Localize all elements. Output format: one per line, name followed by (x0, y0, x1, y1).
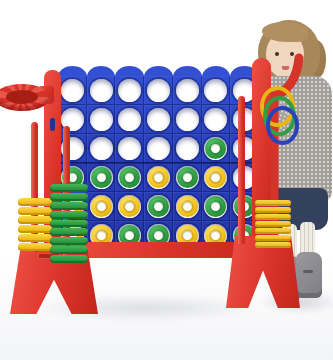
board-cell-r4c5 (173, 163, 202, 192)
green-disc (119, 167, 140, 188)
ring-stack-right-yellow (255, 198, 291, 248)
board-cell-r5c5 (173, 192, 202, 221)
yellow-toss-ring (255, 235, 291, 241)
disc-hole (204, 195, 227, 218)
disc-center-hole (211, 144, 220, 153)
green-disc (177, 167, 198, 188)
board-cell-r2c2 (87, 105, 116, 134)
yellow-disc (119, 196, 140, 217)
disc-hole (90, 195, 113, 218)
empty-hole (147, 108, 170, 131)
ring-toss-pole-right-front (238, 96, 245, 244)
empty-hole (176, 137, 199, 160)
board-cell-r5c4 (144, 192, 173, 221)
ring-stack-left-yellow (18, 197, 52, 251)
empty-hole (118, 79, 141, 102)
basketball-hoop-opening (6, 90, 38, 104)
board-cell-r4c6 (202, 163, 231, 192)
board-cell-r3c4 (144, 134, 173, 163)
empty-hole (118, 108, 141, 131)
green-toss-ring (50, 220, 88, 228)
green-toss-ring (50, 237, 88, 245)
green-disc (148, 196, 169, 217)
yellow-toss-ring (255, 200, 291, 206)
board-cell-r5c3 (115, 192, 144, 221)
empty-hole (118, 137, 141, 160)
board-cell-r2c3 (115, 105, 144, 134)
green-toss-ring (50, 255, 88, 263)
board-cell-r3c3 (115, 134, 144, 163)
board-cell-r1c5 (173, 76, 202, 105)
green-disc (205, 196, 226, 217)
board-cell-r1c4 (144, 76, 173, 105)
disc-center-hole (154, 231, 163, 240)
board-cell-r3c5 (173, 134, 202, 163)
empty-hole (147, 79, 170, 102)
yellow-toss-ring (18, 225, 52, 233)
ring-stack-left-green (50, 183, 88, 263)
disc-hole (118, 195, 141, 218)
disc-center-hole (125, 173, 134, 182)
disc-center-hole (211, 202, 220, 211)
empty-hole (204, 79, 227, 102)
board-cell-r3c6 (202, 134, 231, 163)
empty-hole (61, 79, 84, 102)
disc-hole (176, 195, 199, 218)
disc-hole (204, 166, 227, 189)
disc-center-hole (97, 173, 106, 182)
disc-center-hole (183, 202, 192, 211)
disc-center-hole (211, 231, 220, 240)
yellow-toss-ring (255, 228, 291, 234)
empty-hole (90, 108, 113, 131)
yellow-toss-ring (255, 214, 291, 220)
green-toss-ring (50, 202, 88, 210)
frame-left-slot (50, 118, 55, 131)
product-photo-scene (0, 0, 333, 360)
yellow-toss-ring (18, 234, 52, 242)
empty-hole (204, 108, 227, 131)
board-cell-r3c2 (87, 134, 116, 163)
disc-center-hole (183, 173, 192, 182)
board-cell-r1c6 (202, 76, 231, 105)
board-cell-r1c3 (115, 76, 144, 105)
board-cell-r4c4 (144, 163, 173, 192)
empty-hole (90, 137, 113, 160)
green-disc (91, 167, 112, 188)
disc-center-hole (97, 231, 106, 240)
yellow-disc (177, 196, 198, 217)
board-cell-r2c5 (173, 105, 202, 134)
disc-center-hole (183, 231, 192, 240)
disc-hole (176, 166, 199, 189)
empty-hole (90, 79, 113, 102)
yellow-disc (205, 167, 226, 188)
empty-hole (176, 79, 199, 102)
board-cell-r2c4 (144, 105, 173, 134)
disc-hole (204, 137, 227, 160)
green-toss-ring (50, 246, 88, 254)
green-toss-ring (50, 228, 88, 236)
disc-hole (147, 166, 170, 189)
board-mid-seam (58, 162, 259, 164)
disc-hole (147, 195, 170, 218)
disc-hole (118, 166, 141, 189)
board-cell-r4c3 (115, 163, 144, 192)
green-toss-ring (50, 193, 88, 201)
connect-four-unit (0, 0, 333, 360)
green-toss-ring (50, 184, 88, 192)
yellow-toss-ring (255, 207, 291, 213)
yellow-toss-ring (18, 198, 52, 206)
disc-hole (90, 166, 113, 189)
board-cell-r4c2 (87, 163, 116, 192)
disc-center-hole (211, 173, 220, 182)
disc-center-hole (154, 202, 163, 211)
yellow-disc (91, 196, 112, 217)
yellow-toss-ring (18, 216, 52, 224)
disc-center-hole (154, 173, 163, 182)
yellow-toss-ring (255, 221, 291, 227)
disc-center-hole (125, 231, 134, 240)
green-disc (205, 138, 226, 159)
empty-hole (147, 137, 170, 160)
game-board (58, 76, 259, 250)
hanging-ring-blue (266, 106, 299, 145)
board-cell-r1c1 (58, 76, 87, 105)
yellow-toss-ring (18, 207, 52, 215)
yellow-toss-ring (18, 243, 52, 251)
empty-hole (176, 108, 199, 131)
board-cell-r5c6 (202, 192, 231, 221)
yellow-toss-ring (255, 242, 291, 248)
disc-center-hole (125, 202, 134, 211)
board-cell-r2c6 (202, 105, 231, 134)
yellow-disc (148, 167, 169, 188)
green-toss-ring (50, 211, 88, 219)
disc-center-hole (97, 202, 106, 211)
board-cell-r5c2 (87, 192, 116, 221)
board-cell-r1c2 (87, 76, 116, 105)
